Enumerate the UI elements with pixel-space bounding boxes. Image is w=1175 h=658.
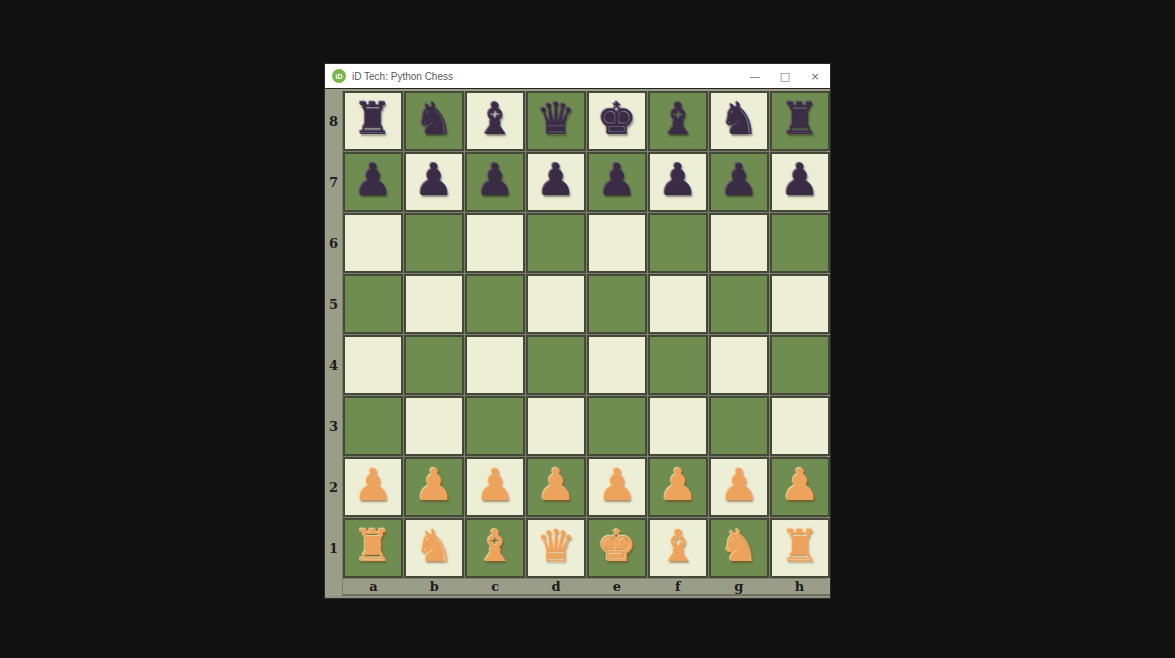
square-e1[interactable]: ♚ — [587, 518, 647, 578]
square-d4[interactable] — [526, 335, 586, 395]
piece-white-pawn: ♟ — [719, 463, 758, 507]
square-a6[interactable] — [343, 213, 403, 273]
piece-white-pawn: ♟ — [414, 463, 453, 507]
square-c5[interactable] — [465, 274, 525, 334]
piece-black-pawn: ♟ — [719, 158, 758, 202]
piece-black-rook: ♜ — [353, 97, 392, 141]
square-h3[interactable] — [770, 396, 830, 456]
square-b6[interactable] — [404, 213, 464, 273]
piece-black-pawn: ♟ — [780, 158, 819, 202]
piece-white-rook: ♜ — [353, 524, 392, 568]
piece-white-rook: ♜ — [780, 524, 819, 568]
square-g8[interactable]: ♞ — [709, 91, 769, 151]
square-g3[interactable] — [709, 396, 769, 456]
square-d1[interactable]: ♛ — [526, 518, 586, 578]
square-e2[interactable]: ♟ — [587, 457, 647, 517]
rank-label-2: 2 — [325, 457, 342, 518]
piece-black-queen: ♛ — [536, 97, 575, 141]
square-c8[interactable]: ♝ — [465, 91, 525, 151]
piece-white-pawn: ♟ — [780, 463, 819, 507]
square-a8[interactable]: ♜ — [343, 91, 403, 151]
chess-app-window: iD iD Tech: Python Chess — □ × 87654321♜… — [324, 63, 831, 599]
piece-black-bishop: ♝ — [475, 97, 514, 141]
file-label-f: f — [647, 579, 708, 594]
file-label-strip: abcdefgh — [343, 579, 830, 596]
piece-black-knight: ♞ — [414, 97, 453, 141]
square-h1[interactable]: ♜ — [770, 518, 830, 578]
square-h2[interactable]: ♟ — [770, 457, 830, 517]
file-label-b: b — [404, 579, 465, 594]
square-c7[interactable]: ♟ — [465, 152, 525, 212]
piece-black-pawn: ♟ — [353, 158, 392, 202]
square-e3[interactable] — [587, 396, 647, 456]
square-f1[interactable]: ♝ — [648, 518, 708, 578]
rank-label-strip: 87654321 — [325, 91, 342, 596]
piece-white-knight: ♞ — [719, 524, 758, 568]
square-f2[interactable]: ♟ — [648, 457, 708, 517]
piece-black-knight: ♞ — [719, 97, 758, 141]
rank-label-6: 6 — [325, 213, 342, 274]
square-f8[interactable]: ♝ — [648, 91, 708, 151]
file-label-a: a — [343, 579, 404, 594]
square-e6[interactable] — [587, 213, 647, 273]
square-c6[interactable] — [465, 213, 525, 273]
square-e8[interactable]: ♚ — [587, 91, 647, 151]
maximize-button[interactable]: □ — [770, 64, 800, 88]
square-b5[interactable] — [404, 274, 464, 334]
square-h7[interactable]: ♟ — [770, 152, 830, 212]
rank-label-8: 8 — [325, 91, 342, 152]
rank-label-4: 4 — [325, 335, 342, 396]
square-d6[interactable] — [526, 213, 586, 273]
piece-white-pawn: ♟ — [475, 463, 514, 507]
file-label-c: c — [465, 579, 526, 594]
square-d7[interactable]: ♟ — [526, 152, 586, 212]
piece-white-king: ♚ — [597, 524, 636, 568]
square-d3[interactable] — [526, 396, 586, 456]
square-e7[interactable]: ♟ — [587, 152, 647, 212]
piece-black-pawn: ♟ — [597, 158, 636, 202]
piece-white-pawn: ♟ — [658, 463, 697, 507]
close-button[interactable]: × — [800, 64, 830, 88]
square-e4[interactable] — [587, 335, 647, 395]
titlebar: iD iD Tech: Python Chess — □ × — [325, 64, 830, 88]
square-b7[interactable]: ♟ — [404, 152, 464, 212]
square-h5[interactable] — [770, 274, 830, 334]
file-label-e: e — [587, 579, 648, 594]
rank-label-5: 5 — [325, 274, 342, 335]
piece-white-pawn: ♟ — [353, 463, 392, 507]
piece-black-king: ♚ — [597, 97, 636, 141]
square-c4[interactable] — [465, 335, 525, 395]
piece-black-pawn: ♟ — [536, 158, 575, 202]
piece-black-bishop: ♝ — [658, 97, 697, 141]
square-h6[interactable] — [770, 213, 830, 273]
square-f3[interactable] — [648, 396, 708, 456]
square-d2[interactable]: ♟ — [526, 457, 586, 517]
square-b8[interactable]: ♞ — [404, 91, 464, 151]
square-d8[interactable]: ♛ — [526, 91, 586, 151]
square-c2[interactable]: ♟ — [465, 457, 525, 517]
piece-white-knight: ♞ — [414, 524, 453, 568]
square-b3[interactable] — [404, 396, 464, 456]
square-a5[interactable] — [343, 274, 403, 334]
square-a3[interactable] — [343, 396, 403, 456]
square-c3[interactable] — [465, 396, 525, 456]
square-h4[interactable] — [770, 335, 830, 395]
piece-black-pawn: ♟ — [475, 158, 514, 202]
chess-board: 87654321♜♞♝♛♚♝♞♜♟♟♟♟♟♟♟♟♟♟♟♟♟♟♟♟♜♞♝♛♚♝♞♜… — [325, 91, 827, 596]
rank-label-7: 7 — [325, 152, 342, 213]
piece-white-queen: ♛ — [536, 524, 575, 568]
square-f6[interactable] — [648, 213, 708, 273]
file-label-g: g — [708, 579, 769, 594]
rank-label-1: 1 — [325, 518, 342, 579]
square-g5[interactable] — [709, 274, 769, 334]
square-a2[interactable]: ♟ — [343, 457, 403, 517]
square-h8[interactable]: ♜ — [770, 91, 830, 151]
rank-label-3: 3 — [325, 396, 342, 457]
board-frame: 87654321♜♞♝♛♚♝♞♜♟♟♟♟♟♟♟♟♟♟♟♟♟♟♟♟♜♞♝♛♚♝♞♜… — [325, 88, 830, 598]
window-controls: — □ × — [740, 64, 830, 88]
square-a7[interactable]: ♟ — [343, 152, 403, 212]
square-g6[interactable] — [709, 213, 769, 273]
square-g2[interactable]: ♟ — [709, 457, 769, 517]
square-b2[interactable]: ♟ — [404, 457, 464, 517]
file-label-d: d — [526, 579, 587, 594]
square-b1[interactable]: ♞ — [404, 518, 464, 578]
square-e5[interactable] — [587, 274, 647, 334]
square-g4[interactable] — [709, 335, 769, 395]
square-a1[interactable]: ♜ — [343, 518, 403, 578]
piece-white-bishop: ♝ — [475, 524, 514, 568]
minimize-button[interactable]: — — [740, 64, 770, 88]
id-tech-logo-icon: iD — [332, 69, 346, 83]
piece-black-pawn: ♟ — [414, 158, 453, 202]
square-d5[interactable] — [526, 274, 586, 334]
square-f5[interactable] — [648, 274, 708, 334]
square-g1[interactable]: ♞ — [709, 518, 769, 578]
square-f7[interactable]: ♟ — [648, 152, 708, 212]
square-g7[interactable]: ♟ — [709, 152, 769, 212]
square-b4[interactable] — [404, 335, 464, 395]
piece-black-pawn: ♟ — [658, 158, 697, 202]
window-title: iD Tech: Python Chess — [352, 71, 740, 82]
square-c1[interactable]: ♝ — [465, 518, 525, 578]
square-f4[interactable] — [648, 335, 708, 395]
piece-white-pawn: ♟ — [597, 463, 636, 507]
file-label-h: h — [769, 579, 830, 594]
piece-white-pawn: ♟ — [536, 463, 575, 507]
piece-white-bishop: ♝ — [658, 524, 697, 568]
square-a4[interactable] — [343, 335, 403, 395]
piece-black-rook: ♜ — [780, 97, 819, 141]
